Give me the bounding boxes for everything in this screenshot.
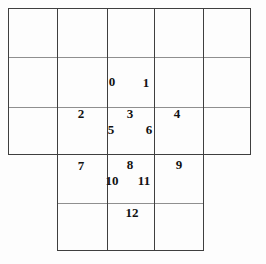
edge-label-0: 0 [109, 75, 116, 88]
edge-label-10: 10 [106, 174, 119, 187]
cell-r2c1 [8, 57, 57, 107]
edge-label-7: 7 [78, 159, 85, 172]
grid-line-right-border [250, 8, 251, 155]
cell-r1c5 [203, 8, 251, 57]
edge-label-6: 6 [146, 123, 153, 136]
cell-r1c4 [154, 8, 203, 57]
grid-line-top-border [8, 8, 251, 9]
cell-r1c3 [107, 8, 154, 57]
cell-r4c5 [203, 154, 251, 203]
cell-r3c5 [203, 107, 251, 154]
edge-label-11: 11 [138, 174, 150, 187]
edge-label-3: 3 [127, 107, 134, 120]
edge-label-12: 12 [126, 206, 139, 219]
cell-r2c4 [154, 57, 203, 107]
grid-line-col1-col2 [57, 8, 58, 251]
edge-label-2: 2 [78, 107, 85, 120]
cell-r2c2 [57, 57, 107, 107]
grid-line-col4-col5 [203, 8, 204, 251]
edge-label-8: 8 [127, 158, 134, 171]
figure-canvas: 0123456789101112 [0, 0, 266, 264]
cell-r2c5 [203, 57, 251, 107]
cell-r4c1 [8, 154, 57, 203]
grid-line-left-border [8, 8, 9, 155]
cell-r5c5 [203, 203, 251, 251]
cell-r3c1 [8, 107, 57, 154]
cell-r5c4 [154, 203, 203, 251]
edge-label-5: 5 [108, 123, 115, 136]
edge-label-1: 1 [143, 76, 150, 89]
puzzle-board: 0123456789101112 [8, 8, 251, 251]
edge-label-4: 4 [174, 107, 181, 120]
grid-line-row1-row2 [8, 57, 251, 58]
grid-line-row3-row4 [8, 154, 251, 155]
cell-r5c1 [8, 203, 57, 251]
grid-line-col3-col4 [154, 8, 155, 251]
cell-r5c2 [57, 203, 107, 251]
cell-r1c1 [8, 8, 57, 57]
edge-label-9: 9 [176, 158, 183, 171]
grid-line-bottom-border [57, 250, 204, 251]
cell-r1c2 [57, 8, 107, 57]
